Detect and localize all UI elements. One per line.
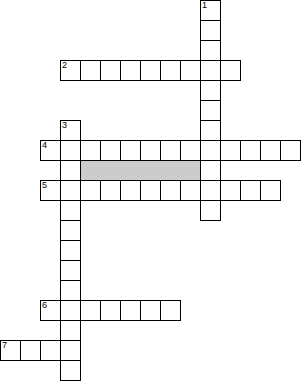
clue-number-6: 6 bbox=[42, 301, 47, 310]
cell-r2-c10[interactable] bbox=[200, 40, 221, 61]
cell-r6-c3[interactable]: 3 bbox=[60, 120, 81, 141]
cell-r0-c10[interactable]: 1 bbox=[200, 0, 221, 21]
cell-r9-c12[interactable] bbox=[240, 180, 261, 201]
crossword-board: 1234567 bbox=[0, 0, 301, 381]
clue-number-3: 3 bbox=[62, 121, 67, 130]
cell-r7-c7[interactable] bbox=[140, 140, 161, 161]
cell-r6-c10[interactable] bbox=[200, 120, 221, 141]
cell-r16-c3[interactable] bbox=[60, 320, 81, 341]
cell-r9-c9[interactable] bbox=[180, 180, 201, 201]
clue-number-1: 1 bbox=[202, 1, 207, 10]
cell-r3-c3[interactable]: 2 bbox=[60, 60, 81, 81]
cell-r3-c6[interactable] bbox=[120, 60, 141, 81]
cell-r17-c0[interactable]: 7 bbox=[0, 340, 21, 361]
cell-r14-c3[interactable] bbox=[60, 280, 81, 301]
cell-r9-c8[interactable] bbox=[160, 180, 181, 201]
cell-r5-c10[interactable] bbox=[200, 100, 221, 121]
cell-r3-c7[interactable] bbox=[140, 60, 161, 81]
cell-r17-c3[interactable] bbox=[60, 340, 81, 361]
cell-r15-c3[interactable] bbox=[60, 300, 81, 321]
cell-r7-c10[interactable] bbox=[200, 140, 221, 161]
cell-r7-c6[interactable] bbox=[120, 140, 141, 161]
cell-r11-c3[interactable] bbox=[60, 220, 81, 241]
cell-r17-c2[interactable] bbox=[40, 340, 61, 361]
cell-r13-c3[interactable] bbox=[60, 260, 81, 281]
cell-r15-c6[interactable] bbox=[120, 300, 141, 321]
cell-r4-c10[interactable] bbox=[200, 80, 221, 101]
cell-r9-c3[interactable] bbox=[60, 180, 81, 201]
cell-r9-c7[interactable] bbox=[140, 180, 161, 201]
cell-r12-c3[interactable] bbox=[60, 240, 81, 261]
cell-r3-c4[interactable] bbox=[80, 60, 101, 81]
cell-r15-c5[interactable] bbox=[100, 300, 121, 321]
cell-r7-c3[interactable] bbox=[60, 140, 81, 161]
cell-r7-c2[interactable]: 4 bbox=[40, 140, 61, 161]
cell-r7-c13[interactable] bbox=[260, 140, 281, 161]
cell-r3-c11[interactable] bbox=[220, 60, 241, 81]
cell-r7-c5[interactable] bbox=[100, 140, 121, 161]
cell-r7-c9[interactable] bbox=[180, 140, 201, 161]
cell-r3-c10[interactable] bbox=[200, 60, 221, 81]
cell-r1-c10[interactable] bbox=[200, 20, 221, 41]
cell-r9-c10[interactable] bbox=[200, 180, 221, 201]
cell-r8-c3[interactable] bbox=[60, 160, 81, 181]
cell-r7-c12[interactable] bbox=[240, 140, 261, 161]
cell-r18-c3[interactable] bbox=[60, 360, 81, 381]
cell-r3-c8[interactable] bbox=[160, 60, 181, 81]
cell-r10-c10[interactable] bbox=[200, 200, 221, 221]
cell-r15-c8[interactable] bbox=[160, 300, 181, 321]
cell-r9-c11[interactable] bbox=[220, 180, 241, 201]
cell-r15-c2[interactable]: 6 bbox=[40, 300, 61, 321]
cell-r3-c5[interactable] bbox=[100, 60, 121, 81]
clue-number-2: 2 bbox=[62, 61, 67, 70]
cell-r3-c9[interactable] bbox=[180, 60, 201, 81]
cell-r9-c2[interactable]: 5 bbox=[40, 180, 61, 201]
cell-r15-c7[interactable] bbox=[140, 300, 161, 321]
shaded-answer-strip bbox=[80, 160, 201, 181]
cell-r17-c1[interactable] bbox=[20, 340, 41, 361]
cell-r9-c13[interactable] bbox=[260, 180, 281, 201]
cell-r15-c4[interactable] bbox=[80, 300, 101, 321]
clue-number-5: 5 bbox=[42, 181, 47, 190]
clue-number-4: 4 bbox=[42, 141, 47, 150]
cell-r9-c6[interactable] bbox=[120, 180, 141, 201]
cell-r7-c11[interactable] bbox=[220, 140, 241, 161]
cell-r7-c14[interactable] bbox=[280, 140, 301, 161]
cell-r9-c5[interactable] bbox=[100, 180, 121, 201]
cell-r7-c8[interactable] bbox=[160, 140, 181, 161]
cell-r9-c4[interactable] bbox=[80, 180, 101, 201]
clue-number-7: 7 bbox=[2, 341, 7, 350]
cell-r8-c10[interactable] bbox=[200, 160, 221, 181]
cell-r7-c4[interactable] bbox=[80, 140, 101, 161]
cell-r10-c3[interactable] bbox=[60, 200, 81, 221]
